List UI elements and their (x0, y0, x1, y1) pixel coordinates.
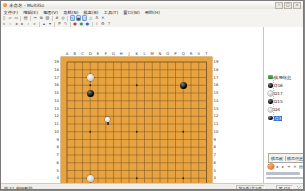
coord-left-7: 7 (51, 153, 59, 157)
coord-top-R: R (188, 52, 194, 56)
pass-icon[interactable]: P (57, 21, 63, 27)
copy-icon[interactable]: ⧉ (39, 15, 45, 21)
tree-node-label: Q3 (274, 116, 282, 121)
coord-left-10: 10 (51, 130, 59, 134)
menu-item-7[interactable]: 帮助(H) (142, 10, 162, 15)
paste-icon[interactable]: ▧ (45, 15, 51, 21)
black-move-icon (268, 99, 273, 104)
tree-expand-icon[interactable]: + (287, 164, 292, 169)
comment-icon[interactable]: ✎ (63, 21, 69, 27)
tree-node-label: D15 (274, 99, 283, 104)
coord-top-E: E (95, 52, 101, 56)
tree-node-D17[interactable]: D17 (268, 89, 304, 97)
coord-top-P: P (173, 52, 179, 56)
prev-variation-icon[interactable]: ▴ (41, 21, 47, 27)
save-icon[interactable]: ▭ (13, 15, 19, 21)
black-stone-D15[interactable] (87, 90, 94, 97)
game-info-icon (268, 75, 273, 80)
coord-left-11: 11 (51, 122, 59, 126)
toolbar-separator (67, 16, 68, 21)
toolbar-separator (54, 22, 55, 27)
coord-left-9: 9 (51, 138, 59, 142)
white-move-icon (268, 108, 273, 113)
coord-top-S: S (196, 52, 202, 56)
hoshi-point (136, 177, 138, 179)
print-icon[interactable]: ▤ (23, 15, 29, 21)
coord-top-T: T (204, 52, 210, 56)
coord-top-B: B (72, 52, 78, 56)
resize-grip[interactable] (297, 186, 302, 190)
coord-right-10: 10 (214, 130, 222, 134)
white-stone-tool-icon[interactable]: ○ (82, 15, 88, 21)
tree-node-label: 棋局信息 (274, 75, 291, 80)
tree-node-label: D17 (274, 91, 283, 96)
coord-right-9: 9 (214, 138, 222, 142)
tree-properties-icon[interactable]: ▤ (299, 164, 304, 169)
game-tree-panel: 棋局信息Q16D17D15D4Q3 棋局树棋局信息 ◂▸+✕▤ (264, 27, 304, 183)
app-icon (3, 3, 7, 7)
tree-node-Q16[interactable]: Q16 (268, 81, 304, 89)
coord-top-A: A (64, 52, 70, 56)
coord-right-11: 11 (214, 122, 222, 126)
coord-left-17: 17 (51, 76, 59, 80)
tree-node-root[interactable]: 棋局信息 (268, 73, 304, 81)
toolbar-separator (20, 16, 21, 21)
coord-left-8: 8 (51, 145, 59, 149)
coord-left-15: 15 (51, 91, 59, 95)
coord-right-18: 18 (214, 68, 222, 72)
toolbar-separator (39, 22, 40, 27)
menu-item-3[interactable]: 导航(N) (61, 10, 81, 15)
coord-top-D: D (87, 52, 93, 56)
blue-marker-icon[interactable]: ● (85, 21, 91, 27)
next-variation-icon[interactable]: ▾ (47, 21, 53, 27)
white-move-icon (268, 91, 273, 96)
board-grid (61, 57, 212, 190)
toolbar-separator (30, 16, 31, 21)
hoshi-point (89, 84, 91, 86)
tree-delete-icon[interactable]: ✕ (293, 164, 298, 169)
hoshi-point (182, 131, 184, 133)
coord-left-16: 16 (51, 83, 59, 87)
coord-top-M: M (149, 52, 155, 56)
tree-prev-icon[interactable]: ◂ (275, 164, 280, 169)
game-tree: 棋局信息Q16D17D15D4Q3 (268, 73, 304, 122)
coord-top-F: F (103, 52, 109, 56)
coord-right-5: 5 (214, 169, 222, 173)
coord-top-O: O (165, 52, 171, 56)
go-board[interactable] (61, 57, 212, 190)
mark-tool-icon[interactable]: △ (88, 15, 94, 21)
coord-right-4: 4 (214, 176, 222, 180)
prev-10-moves-icon[interactable]: ‹ (7, 21, 13, 27)
minimize-button[interactable]: − (275, 2, 283, 9)
next-move-icon[interactable]: ▸ (20, 21, 26, 27)
black-stone-tool-icon[interactable]: ● (76, 15, 82, 21)
tree-node-Q3[interactable]: Q3 (268, 114, 304, 122)
zoom-icon[interactable]: ◎ (60, 15, 66, 21)
green-marker-icon[interactable]: ● (78, 21, 84, 27)
black-move-icon (268, 116, 273, 121)
tab-0[interactable]: 棋局树 (270, 156, 285, 161)
coord-left-12: 12 (51, 114, 59, 118)
white-stone-D17[interactable] (87, 74, 94, 81)
coord-right-17: 17 (214, 76, 222, 80)
coord-right-14: 14 (214, 99, 222, 103)
coord-top-L: L (142, 52, 148, 56)
board-icon[interactable]: # (54, 15, 60, 21)
status-bar: 按 F1 获得帮助 第5手/共5手 黑 Q3 (1, 183, 303, 190)
coord-top-K: K (134, 52, 140, 56)
new-file-icon[interactable]: ▯ (1, 15, 7, 21)
window-title: 未命名 - MultiGo (9, 3, 44, 8)
hoshi-point (89, 131, 91, 133)
panel-tabs: 棋局树棋局信息 (268, 153, 304, 163)
panel-toolbar: ◂▸+✕▤ (268, 163, 304, 170)
coord-left-5: 5 (51, 169, 59, 173)
coord-left-18: 18 (51, 68, 59, 72)
info-text-line-2 (266, 177, 304, 180)
info-text-line-1 (266, 172, 300, 175)
coord-right-16: 16 (214, 83, 222, 87)
settings-icon[interactable]: ⚙ (100, 21, 106, 27)
last-move-icon[interactable]: » (32, 21, 38, 27)
main-area: AABBCCDDEEFFGGHHJJKKLLMMNNOOPPQQRRSSTT11… (1, 27, 303, 183)
coord-left-4: 4 (51, 176, 59, 180)
menu-item-0[interactable]: 文件(F) (1, 10, 21, 15)
coord-left-6: 6 (51, 161, 59, 165)
tab-1[interactable]: 棋局信息 (286, 156, 305, 161)
coord-left-14: 14 (51, 99, 59, 103)
multigo-window: 未命名 - MultiGo − □ × 文件(F)编辑(E)视图(V)导航(N)… (0, 0, 304, 190)
red-marker-icon[interactable]: ● (72, 21, 78, 27)
coord-right-19: 19 (214, 60, 222, 64)
status-help-text: 按 F1 获得帮助 (4, 186, 33, 191)
next-10-moves-icon[interactable]: › (26, 21, 32, 27)
coord-right-6: 6 (214, 161, 222, 165)
menu-item-4[interactable]: 棋盘(B) (81, 10, 101, 15)
status-turn-pane: 黑 Q3 (276, 185, 293, 190)
close-button[interactable]: × (293, 2, 301, 9)
toolbar-separator (92, 22, 93, 27)
tree-node-label: D4 (274, 107, 280, 112)
label-tool-icon[interactable]: A (94, 15, 100, 21)
coord-top-G: G (111, 52, 117, 56)
open-folder-icon[interactable]: ▱ (7, 15, 13, 21)
hoshi-point (136, 84, 138, 86)
coord-top-Q: Q (180, 52, 186, 56)
coord-top-C: C (80, 52, 86, 56)
menu-item-2[interactable]: 视图(V) (40, 10, 60, 15)
edit-mode-icon[interactable]: ✎ (70, 15, 76, 21)
menu-item-1[interactable]: 编辑(E) (21, 10, 41, 15)
game-info-icon[interactable]: i (94, 21, 100, 27)
toolbar-separator (52, 16, 53, 21)
hoshi-point (182, 177, 184, 179)
coord-top-N: N (157, 52, 163, 56)
coord-right-15: 15 (214, 91, 222, 95)
tree-node-D15[interactable]: D15 (268, 98, 304, 106)
maximize-button[interactable]: □ (284, 2, 292, 9)
white-stone-D4[interactable] (87, 175, 94, 182)
coord-left-19: 19 (51, 60, 59, 64)
prev-move-icon[interactable]: ◂ (13, 21, 19, 27)
tree-node-label: Q16 (274, 83, 283, 88)
first-move-icon[interactable]: « (1, 21, 7, 27)
coord-right-13: 13 (214, 107, 222, 111)
tree-node-D4[interactable]: D4 (268, 106, 304, 114)
coord-top-H: H (118, 52, 124, 56)
menu-item-6[interactable]: 窗口(W) (121, 10, 142, 15)
coord-top-J: J (126, 52, 132, 56)
toolbar-separator (70, 22, 71, 27)
delete-tool-icon[interactable]: ✕ (100, 15, 106, 21)
tree-next-icon[interactable]: ▸ (281, 164, 286, 169)
coord-right-8: 8 (214, 145, 222, 149)
black-move-icon (268, 83, 273, 88)
menu-item-5[interactable]: 工具(T) (101, 10, 121, 15)
coord-right-12: 12 (214, 114, 222, 118)
black-stone-Q16[interactable] (180, 82, 187, 89)
cut-icon[interactable]: ✂ (32, 15, 38, 21)
multigo-ball-icon[interactable] (268, 164, 274, 170)
status-move-pane: 第5手/共5手 (236, 185, 266, 190)
coord-left-13: 13 (51, 107, 59, 111)
hoshi-point (136, 131, 138, 133)
help-icon[interactable]: ? (106, 21, 112, 27)
coord-right-7: 7 (214, 153, 222, 157)
